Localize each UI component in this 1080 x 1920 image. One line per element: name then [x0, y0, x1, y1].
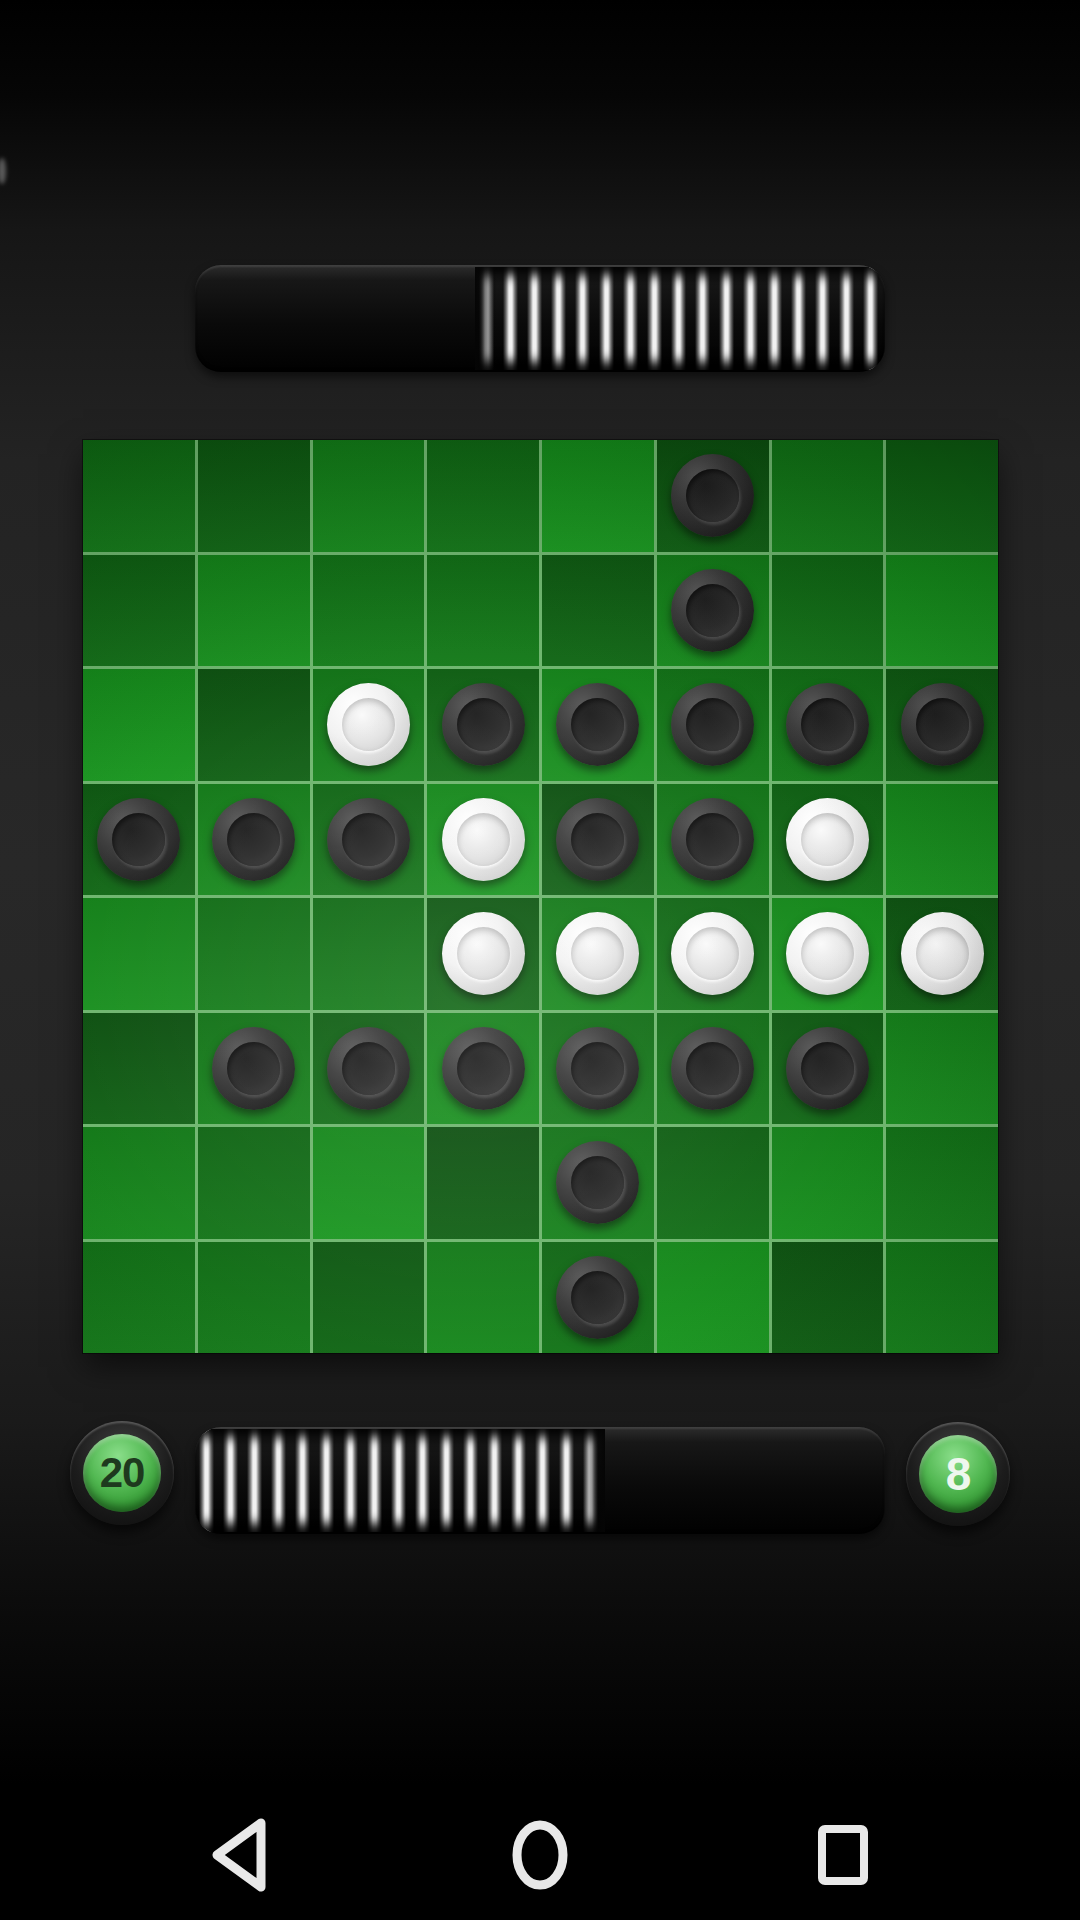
- board-cell[interactable]: [427, 1013, 539, 1125]
- board-cell[interactable]: [313, 440, 425, 552]
- board-cell[interactable]: [313, 555, 425, 667]
- board-cell[interactable]: [83, 1013, 195, 1125]
- board-cell[interactable]: [198, 1013, 310, 1125]
- white-disc: [442, 798, 525, 881]
- board-cell[interactable]: [83, 669, 195, 781]
- android-nav-bar: [0, 1790, 1080, 1920]
- back-icon: [207, 1817, 269, 1893]
- board-cell[interactable]: [772, 555, 884, 667]
- back-button[interactable]: [138, 1790, 338, 1920]
- board-cell[interactable]: [542, 555, 654, 667]
- board-cell[interactable]: [542, 784, 654, 896]
- board-cell[interactable]: [886, 1013, 998, 1125]
- board-cell[interactable]: [313, 1013, 425, 1125]
- board-cell[interactable]: [198, 1242, 310, 1354]
- board-cell[interactable]: [657, 898, 769, 1010]
- coil-stripes: [195, 1429, 605, 1532]
- board-cell[interactable]: [886, 784, 998, 896]
- board-cell[interactable]: [83, 1127, 195, 1239]
- reversi-app-screen: 20 8: [0, 0, 1080, 1920]
- board-cell[interactable]: [886, 555, 998, 667]
- white-disc: [901, 912, 984, 995]
- board-cell[interactable]: [83, 440, 195, 552]
- white-score-badge: 8: [906, 1422, 1010, 1526]
- black-disc: [97, 798, 180, 881]
- black-disc: [556, 683, 639, 766]
- board-cell[interactable]: [772, 1242, 884, 1354]
- board-cell[interactable]: [427, 784, 539, 896]
- black-score-value: 20: [83, 1434, 161, 1512]
- white-disc: [786, 912, 869, 995]
- board-cell[interactable]: [657, 555, 769, 667]
- board-cell[interactable]: [427, 440, 539, 552]
- board-cell[interactable]: [657, 440, 769, 552]
- black-disc: [671, 798, 754, 881]
- board-cell[interactable]: [542, 440, 654, 552]
- board-cell[interactable]: [772, 440, 884, 552]
- board-cell[interactable]: [313, 669, 425, 781]
- board-cell[interactable]: [198, 1127, 310, 1239]
- black-disc: [671, 683, 754, 766]
- board-cell[interactable]: [657, 669, 769, 781]
- board-cell[interactable]: [313, 1242, 425, 1354]
- black-disc: [671, 1027, 754, 1110]
- board-cell[interactable]: [198, 898, 310, 1010]
- board-cell[interactable]: [772, 784, 884, 896]
- black-disc: [442, 683, 525, 766]
- board-cell[interactable]: [772, 1127, 884, 1239]
- black-disc: [556, 1141, 639, 1224]
- board-cell[interactable]: [886, 1127, 998, 1239]
- coil-stripes: [475, 267, 885, 370]
- board-cell[interactable]: [198, 784, 310, 896]
- reversi-board: [83, 440, 998, 1353]
- white-disc: [556, 912, 639, 995]
- recents-button[interactable]: [743, 1790, 943, 1920]
- board-cell[interactable]: [542, 1242, 654, 1354]
- black-disc: [327, 1027, 410, 1110]
- board-cell[interactable]: [83, 1242, 195, 1354]
- board-cell[interactable]: [542, 898, 654, 1010]
- board-cell[interactable]: [772, 898, 884, 1010]
- board-cell[interactable]: [198, 555, 310, 667]
- screen-edge-artifact: [0, 158, 6, 184]
- black-disc: [212, 1027, 295, 1110]
- black-disc: [786, 1027, 869, 1110]
- white-disc: [786, 798, 869, 881]
- board-cell[interactable]: [427, 555, 539, 667]
- board-cell[interactable]: [886, 440, 998, 552]
- board-cell[interactable]: [886, 669, 998, 781]
- black-disc: [786, 683, 869, 766]
- board-cell[interactable]: [886, 1242, 998, 1354]
- board-cell[interactable]: [886, 898, 998, 1010]
- black-disc: [442, 1027, 525, 1110]
- black-disc: [212, 798, 295, 881]
- board-cell[interactable]: [772, 669, 884, 781]
- board-cell[interactable]: [427, 669, 539, 781]
- board-cell[interactable]: [657, 1242, 769, 1354]
- board-cell[interactable]: [542, 669, 654, 781]
- black-disc: [556, 1256, 639, 1339]
- white-disc: [671, 912, 754, 995]
- board-cell[interactable]: [657, 784, 769, 896]
- board-cell[interactable]: [198, 669, 310, 781]
- board-cell[interactable]: [772, 1013, 884, 1125]
- board-cell[interactable]: [313, 898, 425, 1010]
- black-disc: [671, 569, 754, 652]
- home-icon: [511, 1819, 569, 1891]
- board-cell[interactable]: [657, 1013, 769, 1125]
- black-disc: [556, 1027, 639, 1110]
- black-disc: [671, 454, 754, 537]
- black-score-badge: 20: [70, 1421, 174, 1525]
- board-cell[interactable]: [427, 1242, 539, 1354]
- board-cell[interactable]: [313, 784, 425, 896]
- board-cell[interactable]: [542, 1127, 654, 1239]
- board-cell[interactable]: [542, 1013, 654, 1125]
- board-cell[interactable]: [657, 1127, 769, 1239]
- board-cell[interactable]: [83, 555, 195, 667]
- white-disc: [327, 683, 410, 766]
- black-disc: [901, 683, 984, 766]
- black-disc: [327, 798, 410, 881]
- black-disc: [556, 798, 639, 881]
- white-disc: [442, 912, 525, 995]
- recents-icon: [816, 1823, 870, 1887]
- board-cell[interactable]: [198, 440, 310, 552]
- white-score-value: 8: [919, 1435, 997, 1513]
- home-button[interactable]: [440, 1790, 640, 1920]
- board-cell[interactable]: [427, 1127, 539, 1239]
- black-piece-tray: [195, 1427, 885, 1534]
- board-cell[interactable]: [83, 898, 195, 1010]
- board-cell[interactable]: [83, 784, 195, 896]
- white-piece-tray: [195, 265, 885, 372]
- board-cell[interactable]: [427, 898, 539, 1010]
- board-cell[interactable]: [313, 1127, 425, 1239]
